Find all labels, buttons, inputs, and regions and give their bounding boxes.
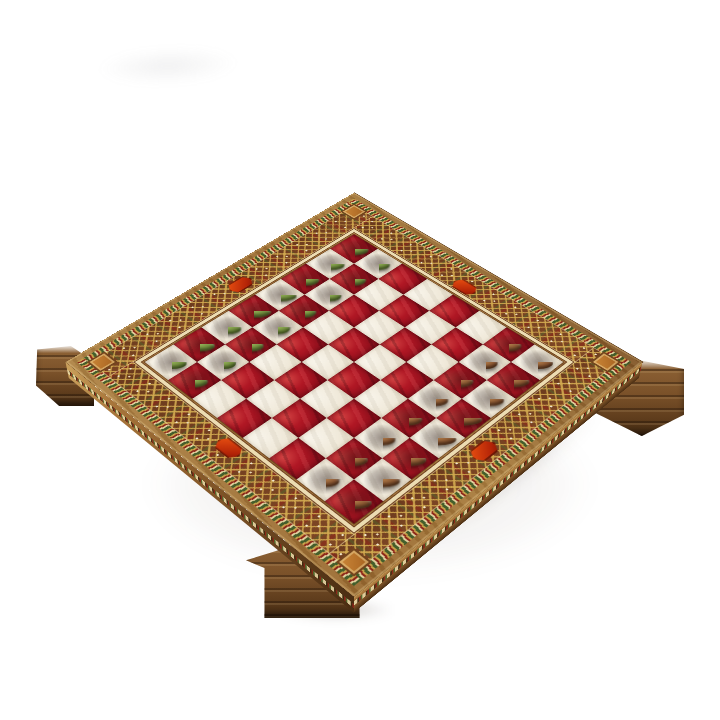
mosaic-corner-bottom-left bbox=[336, 548, 372, 577]
mosaic-hexagon-bottom bbox=[466, 437, 503, 464]
mosaic-hexagon-left bbox=[210, 435, 247, 462]
scene: ♜♞♟♝♟♛♟♚♟♝♟♞♟♟♜♟♟♜♟♟♞♟♝♟♛♟♚♟♝♟♞♜ bbox=[0, 0, 720, 720]
background-smudge bbox=[67, 35, 269, 97]
